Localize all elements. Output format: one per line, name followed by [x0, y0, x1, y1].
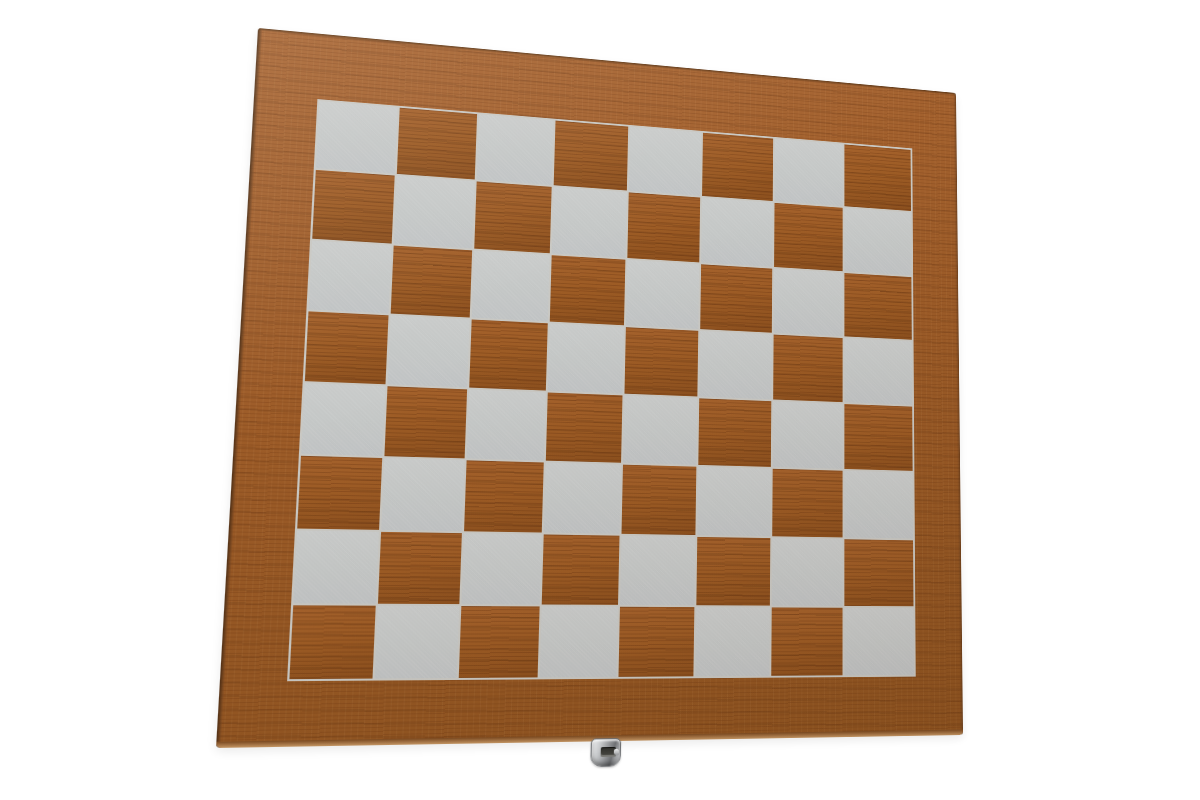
square-f8	[702, 133, 772, 201]
square-h3	[844, 471, 913, 538]
chess-board	[287, 99, 916, 681]
square-b1	[375, 605, 459, 678]
square-a3	[297, 456, 382, 529]
square-a7	[312, 170, 395, 243]
square-e6	[626, 259, 700, 328]
square-b6	[391, 245, 472, 317]
square-a4	[301, 383, 386, 456]
square-e7	[627, 193, 700, 262]
square-d8	[553, 121, 628, 191]
square-a2	[293, 530, 379, 603]
square-f6	[700, 264, 771, 333]
square-b4	[385, 386, 467, 458]
square-e5	[624, 327, 698, 397]
metal-clasp	[590, 738, 621, 767]
clasp-pin-icon	[614, 749, 619, 755]
square-c1	[458, 606, 539, 678]
square-b2	[378, 531, 461, 603]
square-f3	[698, 467, 771, 536]
product-photo-scene	[0, 0, 1200, 800]
square-d4	[546, 392, 623, 462]
square-f7	[701, 198, 772, 267]
square-e8	[629, 127, 702, 196]
square-e4	[623, 395, 698, 465]
square-c3	[464, 461, 544, 532]
square-c5	[469, 319, 548, 390]
box-edge-left	[216, 28, 262, 748]
square-h1	[844, 608, 914, 676]
square-a1	[289, 605, 376, 679]
square-d1	[539, 606, 618, 677]
square-b5	[388, 315, 469, 387]
square-f1	[696, 607, 770, 676]
square-h6	[844, 273, 912, 340]
box-edge-bottom	[216, 729, 963, 748]
square-c2	[461, 533, 542, 605]
box-edge-top	[258, 28, 956, 95]
square-e3	[622, 465, 697, 535]
chess-box-lid	[216, 28, 963, 748]
square-a5	[305, 311, 389, 384]
square-b8	[397, 108, 477, 180]
square-c6	[471, 250, 549, 321]
square-e1	[618, 607, 694, 677]
square-h4	[844, 404, 912, 471]
square-f4	[699, 398, 771, 467]
square-h8	[844, 144, 911, 211]
square-d5	[548, 323, 624, 393]
square-h2	[844, 539, 913, 606]
square-b3	[381, 458, 464, 530]
square-d7	[551, 187, 626, 257]
square-g2	[771, 538, 842, 606]
square-c8	[476, 114, 553, 185]
square-a6	[309, 240, 392, 313]
square-a8	[316, 101, 398, 174]
square-h7	[844, 208, 911, 275]
square-f2	[697, 536, 770, 605]
square-g1	[771, 607, 843, 676]
square-g6	[773, 268, 842, 336]
square-g8	[774, 139, 842, 207]
square-g4	[772, 401, 842, 469]
square-d2	[541, 534, 619, 605]
square-c4	[466, 389, 545, 460]
square-g3	[772, 469, 843, 537]
box-edge-right	[953, 93, 963, 735]
square-h5	[844, 338, 912, 405]
square-b7	[394, 176, 474, 248]
square-g7	[774, 203, 843, 271]
square-e2	[620, 535, 696, 605]
square-d3	[544, 463, 621, 534]
square-c7	[474, 182, 552, 253]
square-d6	[550, 255, 626, 325]
square-g5	[773, 334, 843, 402]
square-f5	[699, 331, 771, 400]
